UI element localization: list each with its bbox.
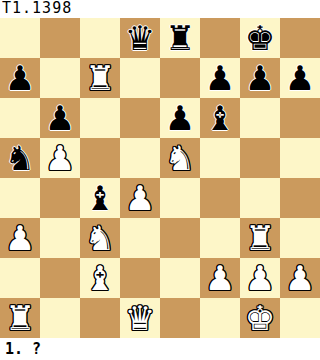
white-pawn-icon: ♟ <box>245 258 275 298</box>
square-b1[interactable] <box>40 298 80 338</box>
square-a1[interactable]: ♜ <box>0 298 40 338</box>
white-king-icon: ♚ <box>245 298 275 338</box>
square-e1[interactable] <box>160 298 200 338</box>
square-a3[interactable]: ♟ <box>0 218 40 258</box>
square-a7[interactable]: ♟ <box>0 58 40 98</box>
square-g3[interactable]: ♜ <box>240 218 280 258</box>
square-b2[interactable] <box>40 258 80 298</box>
white-pawn-icon: ♟ <box>205 258 235 298</box>
black-knight-icon: ♞ <box>5 138 35 178</box>
square-c1[interactable] <box>80 298 120 338</box>
black-pawn-icon: ♟ <box>165 98 195 138</box>
white-pawn-icon: ♟ <box>285 258 315 298</box>
square-f2[interactable]: ♟ <box>200 258 240 298</box>
square-b6[interactable]: ♟ <box>40 98 80 138</box>
square-e2[interactable] <box>160 258 200 298</box>
white-pawn-icon: ♟ <box>125 178 155 218</box>
white-pawn-icon: ♟ <box>45 138 75 178</box>
black-king-icon: ♚ <box>245 18 275 58</box>
square-g1[interactable]: ♚ <box>240 298 280 338</box>
square-a6[interactable] <box>0 98 40 138</box>
white-pawn-icon: ♟ <box>5 218 35 258</box>
square-h2[interactable]: ♟ <box>280 258 320 298</box>
square-e4[interactable] <box>160 178 200 218</box>
square-h7[interactable]: ♟ <box>280 58 320 98</box>
square-b8[interactable] <box>40 18 80 58</box>
square-f3[interactable] <box>200 218 240 258</box>
square-a4[interactable] <box>0 178 40 218</box>
black-pawn-icon: ♟ <box>245 58 275 98</box>
square-g7[interactable]: ♟ <box>240 58 280 98</box>
square-e7[interactable] <box>160 58 200 98</box>
white-knight-icon: ♞ <box>165 138 195 178</box>
square-f6[interactable]: ♝ <box>200 98 240 138</box>
square-g4[interactable] <box>240 178 280 218</box>
square-a5[interactable]: ♞ <box>0 138 40 178</box>
black-pawn-icon: ♟ <box>5 58 35 98</box>
square-a8[interactable] <box>0 18 40 58</box>
black-pawn-icon: ♟ <box>45 98 75 138</box>
square-d1[interactable]: ♛ <box>120 298 160 338</box>
square-d7[interactable] <box>120 58 160 98</box>
square-d2[interactable] <box>120 258 160 298</box>
square-g8[interactable]: ♚ <box>240 18 280 58</box>
square-e6[interactable]: ♟ <box>160 98 200 138</box>
white-bishop-icon: ♝ <box>85 258 115 298</box>
black-queen-icon: ♛ <box>125 18 155 58</box>
square-c6[interactable] <box>80 98 120 138</box>
square-c3[interactable]: ♞ <box>80 218 120 258</box>
square-d6[interactable] <box>120 98 160 138</box>
square-b3[interactable] <box>40 218 80 258</box>
square-d4[interactable]: ♟ <box>120 178 160 218</box>
square-h6[interactable] <box>280 98 320 138</box>
square-c7[interactable]: ♜ <box>80 58 120 98</box>
square-f4[interactable] <box>200 178 240 218</box>
square-f7[interactable]: ♟ <box>200 58 240 98</box>
square-h4[interactable] <box>280 178 320 218</box>
black-pawn-icon: ♟ <box>205 58 235 98</box>
square-f8[interactable] <box>200 18 240 58</box>
square-f5[interactable] <box>200 138 240 178</box>
white-rook-icon: ♜ <box>245 218 275 258</box>
square-c5[interactable] <box>80 138 120 178</box>
black-rook-icon: ♜ <box>165 18 195 58</box>
square-c4[interactable]: ♝ <box>80 178 120 218</box>
white-rook-icon: ♜ <box>5 298 35 338</box>
chess-board: ♛♜♚♟♜♟♟♟♟♟♝♞♟♞♝♟♟♞♜♝♟♟♟♜♛♚ <box>0 18 320 338</box>
square-d5[interactable] <box>120 138 160 178</box>
square-e5[interactable]: ♞ <box>160 138 200 178</box>
black-bishop-icon: ♝ <box>205 98 235 138</box>
square-c8[interactable] <box>80 18 120 58</box>
square-d3[interactable] <box>120 218 160 258</box>
move-prompt: 1. ? <box>5 339 41 359</box>
puzzle-title: T1.1398 <box>2 0 72 17</box>
square-b7[interactable] <box>40 58 80 98</box>
square-g5[interactable] <box>240 138 280 178</box>
square-g6[interactable] <box>240 98 280 138</box>
square-f1[interactable] <box>200 298 240 338</box>
white-rook-icon: ♜ <box>85 58 115 98</box>
black-pawn-icon: ♟ <box>285 58 315 98</box>
square-a2[interactable] <box>0 258 40 298</box>
square-h3[interactable] <box>280 218 320 258</box>
white-knight-icon: ♞ <box>85 218 115 258</box>
square-c2[interactable]: ♝ <box>80 258 120 298</box>
square-b5[interactable]: ♟ <box>40 138 80 178</box>
square-h8[interactable] <box>280 18 320 58</box>
square-d8[interactable]: ♛ <box>120 18 160 58</box>
black-bishop-icon: ♝ <box>85 178 115 218</box>
square-b4[interactable] <box>40 178 80 218</box>
square-h1[interactable] <box>280 298 320 338</box>
square-g2[interactable]: ♟ <box>240 258 280 298</box>
white-queen-icon: ♛ <box>125 298 155 338</box>
square-e8[interactable]: ♜ <box>160 18 200 58</box>
square-e3[interactable] <box>160 218 200 258</box>
square-h5[interactable] <box>280 138 320 178</box>
